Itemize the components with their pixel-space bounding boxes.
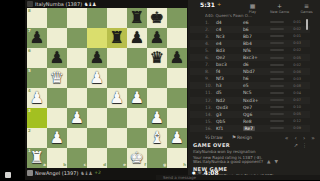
white-move[interactable]: d5 xyxy=(216,90,243,95)
square-a1[interactable]: 1a♜ xyxy=(27,148,47,168)
move-time: 0:04 xyxy=(286,91,301,95)
share-icon[interactable]: ↗ xyxy=(294,142,298,148)
tab-new-game[interactable]: +New Game xyxy=(266,2,293,19)
panel-tabs: ▦Play+New Game≡Games◉Players xyxy=(239,2,320,19)
square-f2[interactable] xyxy=(127,128,147,148)
square-a4[interactable]: 4♟ xyxy=(27,88,47,108)
move-number: 4. xyxy=(205,41,216,46)
move-time-bar xyxy=(270,42,286,44)
white-move[interactable]: Nc3 xyxy=(216,34,243,39)
move-time-bar xyxy=(270,78,286,80)
rank-label-5: 5 xyxy=(28,69,31,73)
move-time: 0:01 xyxy=(286,34,301,38)
file-label-e: e xyxy=(123,163,126,167)
black-move[interactable]: Nbd7 xyxy=(243,69,270,74)
move-row-15: 15.Qb5Re80:12 xyxy=(190,118,310,125)
white-piece-a4[interactable]: ♟ xyxy=(27,88,47,108)
rank-label-6: 6 xyxy=(28,49,31,53)
black-move[interactable]: d6 xyxy=(243,62,270,67)
move-row-16: 16.Kf1Re70:09 xyxy=(190,125,310,132)
move-row-7: 7.bxc3d60:02 xyxy=(190,61,310,68)
move-list-scrollbar[interactable] xyxy=(306,19,308,30)
move-time-bar xyxy=(270,85,286,87)
white-piece-g3[interactable]: ♟ xyxy=(147,108,167,128)
black-piece-g6[interactable]: ♛ xyxy=(147,48,167,68)
move-time: 0:02 xyxy=(286,48,301,52)
move-number: 1. xyxy=(205,20,216,25)
square-h4[interactable] xyxy=(167,88,187,108)
move-row-6: 6.Qe2Bxc3+0:05 xyxy=(190,54,310,61)
tab-label: New Game xyxy=(270,10,289,14)
white-move[interactable]: Qb5 xyxy=(216,119,243,124)
square-e4[interactable]: ♟ xyxy=(107,88,127,108)
draw-button[interactable]: ½Draw xyxy=(205,134,223,140)
move-row-4: 4.e4Bb40:03 xyxy=(190,40,310,47)
move-number: 8. xyxy=(205,69,216,74)
move-time-bar xyxy=(270,127,286,129)
black-piece-f7[interactable]: ♟ xyxy=(127,28,147,48)
square-e7[interactable]: ♜ xyxy=(107,28,127,48)
white-piece-a1[interactable]: ♜ xyxy=(27,148,47,168)
square-b3[interactable] xyxy=(47,108,67,128)
move-time: 0:10 xyxy=(286,105,301,109)
move-number: 9. xyxy=(205,76,216,81)
square-g5[interactable] xyxy=(147,68,167,88)
square-c7[interactable] xyxy=(67,28,87,48)
white-move[interactable]: Nf3 xyxy=(216,76,243,81)
square-c3[interactable]: ♟ xyxy=(67,108,87,128)
move-time: 0:09 xyxy=(286,126,301,130)
white-piece-h2[interactable]: ♟ xyxy=(167,128,187,148)
black-move[interactable]: Qe7 xyxy=(243,105,270,110)
new-game-title: NEW GAME xyxy=(193,166,315,172)
move-row-5: 5.Bd3Nf60:02 xyxy=(190,47,310,54)
white-move[interactable]: Kf1 xyxy=(216,126,243,131)
black-piece-h6[interactable]: ♟ xyxy=(167,48,187,68)
square-d6[interactable]: ♟ xyxy=(87,48,107,68)
black-move[interactable]: h6 xyxy=(243,76,270,81)
white-piece-d5[interactable]: ♟ xyxy=(87,68,107,88)
square-g6[interactable]: ♛ xyxy=(147,48,167,68)
tab-label: Games xyxy=(300,10,312,14)
white-move[interactable]: h3 xyxy=(216,83,243,88)
square-b8[interactable] xyxy=(47,8,67,28)
white-move[interactable]: bxc3 xyxy=(216,62,243,67)
square-b6[interactable]: ♟ xyxy=(47,48,67,68)
white-piece-e4[interactable]: ♟ xyxy=(107,88,127,108)
thumbs-down-icon[interactable]: ▼ xyxy=(275,159,278,164)
move-number: 12. xyxy=(205,98,216,103)
thumbs-up-icon[interactable]: ▲ xyxy=(267,159,270,164)
move-time-bar xyxy=(270,35,286,37)
move-time-bar xyxy=(270,21,286,23)
resign-button[interactable]: ⚑Resign xyxy=(232,134,252,140)
square-g8[interactable]: ♚ xyxy=(147,8,167,28)
bottom-left-icon[interactable] xyxy=(5,172,11,178)
move-number: 6. xyxy=(205,55,216,60)
black-move[interactable]: Nxd3+ xyxy=(243,98,270,103)
white-piece-g2[interactable]: ♝ xyxy=(147,128,167,148)
game-result-text: ItalyNumba won by resignation xyxy=(193,149,315,154)
square-c5[interactable] xyxy=(67,68,87,88)
bottom-player-captured-pieces: ♞♝♟ xyxy=(80,170,92,176)
move-row-10: 10.h3e50:08 xyxy=(190,82,310,89)
square-h2[interactable]: ♟ xyxy=(167,128,187,148)
top-player-name[interactable]: ItalyNumba (1387) xyxy=(35,1,82,7)
add-time-icon[interactable]: + xyxy=(217,1,221,8)
square-c1[interactable]: c xyxy=(67,148,87,168)
square-h7[interactable] xyxy=(167,28,187,48)
move-time: 0:05 xyxy=(286,56,301,60)
square-f8[interactable]: ♜ xyxy=(127,8,147,28)
move-time: 0:03 xyxy=(286,77,301,81)
square-f5[interactable] xyxy=(127,68,147,88)
black-move[interactable]: Bxc3+ xyxy=(243,55,270,60)
square-e1[interactable]: e xyxy=(107,148,127,168)
games-icon: ≡ xyxy=(304,2,309,9)
move-row-12: 12.Nd2Nxd3+0:07 xyxy=(190,97,310,104)
white-move[interactable]: f4 xyxy=(216,69,243,74)
square-b1[interactable]: b xyxy=(47,148,67,168)
white-piece-f4[interactable]: ♟ xyxy=(127,88,147,108)
white-move[interactable]: Qe2 xyxy=(216,55,243,60)
move-number: 16. xyxy=(205,126,216,131)
tab-play[interactable]: ▦Play xyxy=(239,2,266,19)
square-f7[interactable]: ♟ xyxy=(127,28,147,48)
move-time-bar xyxy=(270,64,286,66)
new-game-icon: + xyxy=(277,2,282,9)
square-d4[interactable] xyxy=(87,88,107,108)
square-e8[interactable] xyxy=(107,8,127,28)
move-time-bar xyxy=(270,99,286,101)
square-g7[interactable]: ♟ xyxy=(147,28,167,48)
black-piece-b6[interactable]: ♟ xyxy=(47,48,67,68)
white-piece-b5[interactable]: ♛ xyxy=(47,68,67,88)
square-c2[interactable] xyxy=(67,128,87,148)
square-d1[interactable]: d xyxy=(87,148,107,168)
rank-label-2: 2 xyxy=(28,129,31,133)
square-h1[interactable]: h xyxy=(167,148,187,168)
bottom-player-bar: NewAngel (1397) ♞♝♟ +2 xyxy=(27,169,101,177)
draw-icon: ½ xyxy=(205,134,210,140)
move-number: 13. xyxy=(205,105,216,110)
square-f6[interactable] xyxy=(127,48,147,68)
move-row-2: 2.c4b60:02 xyxy=(190,26,310,33)
file-label-c: c xyxy=(84,163,86,167)
square-d3[interactable] xyxy=(87,108,107,128)
square-b4[interactable] xyxy=(47,88,67,108)
square-c6[interactable] xyxy=(67,48,87,68)
top-player-avatar[interactable] xyxy=(27,1,33,7)
move-row-11: 11.d5Nc50:04 xyxy=(190,89,310,96)
black-piece-g7[interactable]: ♟ xyxy=(147,28,167,48)
square-b2[interactable]: ♟ xyxy=(47,128,67,148)
move-row-1: 1.d4e60:01 xyxy=(190,19,310,26)
move-row-14: 14.g3Qg60:05 xyxy=(190,111,310,118)
bottom-player-name[interactable]: NewAngel (1397) xyxy=(35,170,78,176)
nav-next-icon[interactable]: › xyxy=(303,134,305,141)
move-nav: « ‹ › » xyxy=(285,134,315,141)
move-list[interactable]: 1.d4e60:012.c4b60:023.Nc3Bb70:014.e4Bb40… xyxy=(190,19,310,133)
tab-label: Play xyxy=(249,10,256,14)
top-clock: 5:31 xyxy=(200,1,215,8)
square-b5[interactable]: ♛ xyxy=(47,68,67,88)
move-time: 0:03 xyxy=(286,41,301,45)
square-a8[interactable]: 8 xyxy=(27,8,47,28)
rank-label-8: 8 xyxy=(28,9,31,13)
black-move[interactable]: e6 xyxy=(243,20,270,25)
black-piece-f8[interactable]: ♜ xyxy=(127,8,147,28)
play-icon: ▦ xyxy=(250,2,256,9)
square-c8[interactable] xyxy=(67,8,87,28)
file-label-d: d xyxy=(103,163,106,167)
move-row-8: 8.f4Nbd70:06 xyxy=(190,68,310,75)
white-piece-f1[interactable]: ♚ xyxy=(127,148,147,168)
move-time: 0:07 xyxy=(286,98,301,102)
file-label-g: g xyxy=(163,163,166,167)
square-c4[interactable] xyxy=(67,88,87,108)
square-f4[interactable]: ♟ xyxy=(127,88,147,108)
square-g1[interactable]: g xyxy=(147,148,167,168)
black-move[interactable]: Nc5 xyxy=(243,90,270,95)
move-time: 0:12 xyxy=(286,119,301,123)
chess-board[interactable]: 8♜♚7♟♜♟♟6♟♟♛♟5♛♟4♟♟♟3♟♟2♟♝♟1a♜bcdef♚gh xyxy=(27,8,187,168)
black-move[interactable]: e5 xyxy=(243,83,270,88)
square-d5[interactable]: ♟ xyxy=(87,68,107,88)
move-time-bar xyxy=(270,92,286,94)
square-h5[interactable] xyxy=(167,68,187,88)
rank-label-3: 3 xyxy=(28,109,31,113)
black-piece-e7[interactable]: ♜ xyxy=(107,28,127,48)
square-g4[interactable] xyxy=(147,88,167,108)
black-move[interactable]: Re7 xyxy=(243,126,270,131)
move-time: 0:05 xyxy=(286,112,301,116)
feedback-question: Was ItalyNumba a good opponent? xyxy=(193,159,263,164)
move-time-bar xyxy=(270,120,286,122)
square-a6[interactable]: 6 xyxy=(27,48,47,68)
game-over-box: GAME OVER ↗ ⋮ ItalyNumba won by resignat… xyxy=(193,142,315,160)
file-label-h: h xyxy=(183,163,186,167)
opponent-feedback: Was ItalyNumba a good opponent? ▲ ▼ xyxy=(193,159,278,164)
top-player-captured-pieces: ♞♝♟ xyxy=(84,1,96,7)
square-h6[interactable]: ♟ xyxy=(167,48,187,68)
game-actions: ½Draw ⚑Resign « ‹ › » xyxy=(205,133,315,141)
white-move[interactable]: Bd3 xyxy=(216,48,243,53)
move-row-9: 9.Nf3h60:03 xyxy=(190,75,310,82)
square-e5[interactable] xyxy=(107,68,127,88)
white-move[interactable]: d4 xyxy=(216,20,243,25)
black-move[interactable]: Bb7 xyxy=(243,34,270,39)
square-f3[interactable] xyxy=(127,108,147,128)
white-move[interactable]: c4 xyxy=(216,27,243,32)
square-a7[interactable]: 7♟ xyxy=(27,28,47,48)
nav-prev-icon[interactable]: ‹ xyxy=(295,134,297,141)
move-number: 7. xyxy=(205,62,216,67)
black-move[interactable]: Nf6 xyxy=(243,48,270,53)
black-piece-a7[interactable]: ♟ xyxy=(27,28,47,48)
move-number: 3. xyxy=(205,34,216,39)
black-move[interactable]: b6 xyxy=(243,27,270,32)
move-number: 5. xyxy=(205,48,216,53)
chess-app: ItalyNumba (1387) ♞♝♟ 5:31 + 8♜♚7♟♜♟♟6♟♟… xyxy=(0,0,320,180)
black-piece-g8[interactable]: ♚ xyxy=(147,8,167,28)
material-score: +2 xyxy=(94,170,101,175)
square-a5[interactable]: 5 xyxy=(27,68,47,88)
top-clock-area: 5:31 + xyxy=(200,1,221,8)
move-time-bar xyxy=(270,71,286,73)
white-move[interactable]: Nd2 xyxy=(216,98,243,103)
move-time: 0:01 xyxy=(286,20,301,24)
move-time-bar xyxy=(270,49,286,51)
square-h3[interactable] xyxy=(167,108,187,128)
nav-last-icon[interactable]: » xyxy=(311,134,315,141)
move-time-bar xyxy=(270,106,286,108)
white-move[interactable]: e4 xyxy=(216,41,243,46)
file-label-b: b xyxy=(63,163,66,167)
move-time-bar xyxy=(270,57,286,59)
move-number: 15. xyxy=(205,119,216,124)
top-player-bar: ItalyNumba (1387) ♞♝♟ xyxy=(27,0,96,8)
white-move[interactable]: Qxd3 xyxy=(216,105,243,110)
move-time-bar xyxy=(270,113,286,115)
square-e2[interactable] xyxy=(107,128,127,148)
black-move[interactable]: Re8 xyxy=(243,119,270,124)
white-move[interactable]: g3 xyxy=(216,112,243,117)
square-d8[interactable] xyxy=(87,8,107,28)
black-move[interactable]: Qg6 xyxy=(243,112,270,117)
white-piece-b2[interactable]: ♟ xyxy=(47,128,67,148)
move-time: 0:02 xyxy=(286,63,301,67)
square-g3[interactable]: ♟ xyxy=(147,108,167,128)
black-move[interactable]: Bb4 xyxy=(243,41,270,46)
square-g2[interactable]: ♝ xyxy=(147,128,167,148)
move-time: 0:08 xyxy=(286,84,301,88)
black-piece-d6[interactable]: ♟ xyxy=(87,48,107,68)
resign-flag-icon: ⚑ xyxy=(232,134,236,140)
move-number: 14. xyxy=(205,112,216,117)
bottom-player-avatar[interactable] xyxy=(27,170,33,176)
square-b7[interactable] xyxy=(47,28,67,48)
white-piece-c3[interactable]: ♟ xyxy=(67,108,87,128)
square-a2[interactable]: 2 xyxy=(27,128,47,148)
chat-input[interactable]: Send a message xyxy=(156,175,320,181)
square-e6[interactable] xyxy=(107,48,127,68)
move-time-bar xyxy=(270,28,286,30)
square-h8[interactable] xyxy=(167,8,187,28)
square-d7[interactable] xyxy=(87,28,107,48)
square-f1[interactable]: f♚ xyxy=(127,148,147,168)
square-a3[interactable]: 3 xyxy=(27,108,47,128)
move-number: 11. xyxy=(205,90,216,95)
move-time: 0:06 xyxy=(286,70,301,74)
square-e3[interactable] xyxy=(107,108,127,128)
move-number: 2. xyxy=(205,27,216,32)
nav-first-icon[interactable]: « xyxy=(285,134,289,141)
square-d2[interactable] xyxy=(87,128,107,148)
move-time: 0:02 xyxy=(286,27,301,31)
move-row-3: 3.Nc3Bb70:01 xyxy=(190,33,310,40)
move-row-13: 13.Qxd3Qe70:10 xyxy=(190,104,310,111)
tab-games[interactable]: ≡Games xyxy=(293,2,320,19)
move-number: 10. xyxy=(205,83,216,88)
chat-placeholder: Send a message xyxy=(163,175,196,180)
more-options-icon[interactable]: ⋮ xyxy=(302,142,307,148)
